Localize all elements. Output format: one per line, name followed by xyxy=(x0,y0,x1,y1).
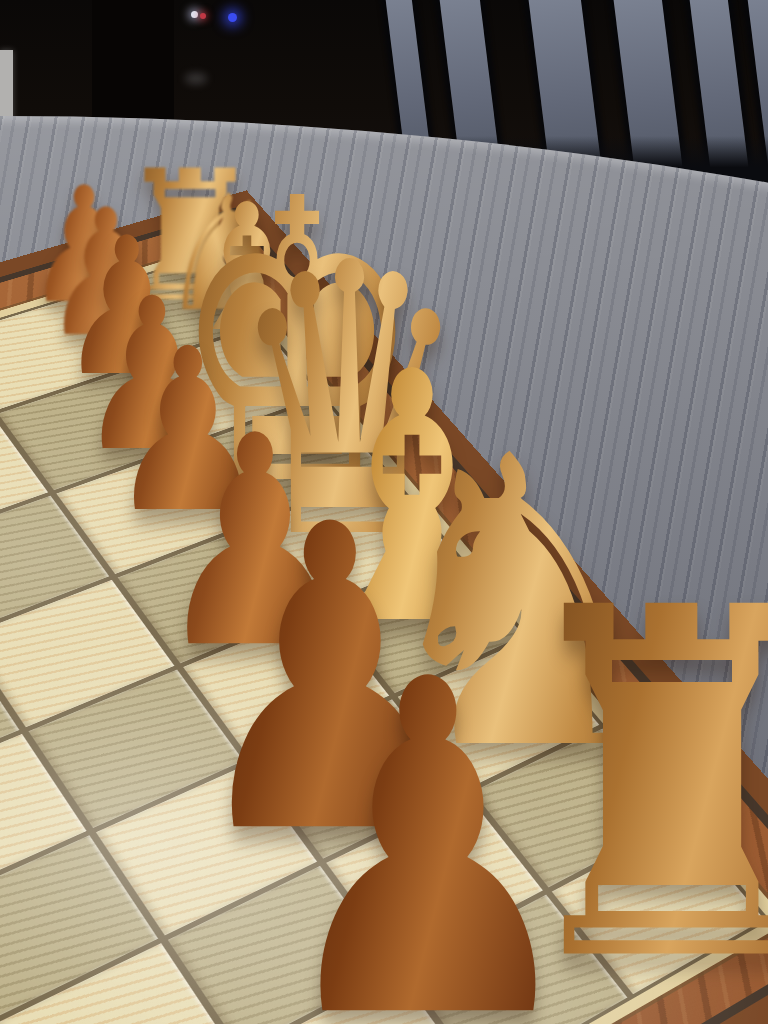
photo-chess-scene: ♜ ♟ ♞ ♟ ♝ ♟ ♚ ♟ ♛ ♟ ♝ ♟ ♞ ♟ ♜ ♟ xyxy=(0,0,768,1024)
piece-white-pawn-a2: ♟ xyxy=(267,621,589,1024)
pieces-layer: ♜ ♟ ♞ ♟ ♝ ♟ ♚ ♟ ♛ ♟ ♝ ♟ ♞ ♟ ♜ ♟ xyxy=(0,0,768,1024)
